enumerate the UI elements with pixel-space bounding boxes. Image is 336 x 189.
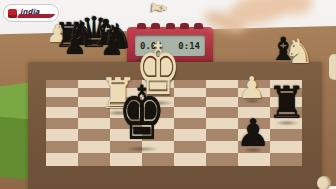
board-square[interactable] [270, 129, 302, 141]
board-square[interactable] [174, 141, 206, 154]
logo-swoosh [17, 14, 55, 18]
board-square[interactable] [206, 129, 238, 141]
clock-button[interactable] [180, 23, 189, 29]
white-pawn-piece[interactable]: ♟ [239, 74, 266, 103]
board-square[interactable] [46, 118, 78, 129]
board-square[interactable] [206, 88, 238, 97]
black-king-piece[interactable]: ♚ [118, 79, 165, 150]
board-square[interactable] [78, 129, 110, 141]
board-square[interactable] [206, 153, 238, 166]
board-square[interactable] [270, 141, 302, 154]
clock-button[interactable] [194, 23, 203, 29]
board-square[interactable] [174, 118, 206, 129]
board-square[interactable] [78, 153, 110, 166]
board-square[interactable] [174, 153, 206, 166]
board-square[interactable] [46, 129, 78, 141]
black-rook-piece[interactable]: ♜ [267, 82, 306, 124]
board-square[interactable] [78, 118, 110, 129]
board-square[interactable] [206, 80, 238, 88]
logo-icon [8, 9, 17, 18]
edge-piece-right [329, 54, 336, 80]
board-square[interactable] [206, 97, 238, 107]
board-square[interactable] [270, 153, 302, 166]
board-square[interactable] [206, 141, 238, 154]
board-square[interactable] [238, 153, 270, 166]
lying-white-bishop-piece[interactable]: ♝ [148, 0, 170, 18]
corner-piece-knob [317, 176, 331, 189]
board-square[interactable] [46, 153, 78, 166]
clock-time-right: 0:14 [178, 41, 200, 51]
captured-black-pawn: ♟ [63, 33, 86, 58]
board-row [46, 153, 302, 166]
captured-white-knight: ♞ [284, 35, 314, 67]
board-square[interactable] [46, 80, 78, 88]
blurred-hand-wrist [272, 0, 312, 14]
board-square[interactable] [206, 107, 238, 118]
board-square[interactable] [46, 107, 78, 118]
board-square[interactable] [46, 88, 78, 97]
board-square[interactable] [46, 97, 78, 107]
board-square[interactable] [174, 129, 206, 141]
board-square[interactable] [206, 118, 238, 129]
board-square[interactable] [46, 141, 78, 154]
black-pawn-piece[interactable]: ♟ [236, 115, 270, 151]
video-frame: ♟♜♞♛♝♞♟♟ ♝ 0.03 0:14 ♝♞ ♚♟♜♜♚♟ india [0, 0, 336, 189]
board-square[interactable] [78, 141, 110, 154]
captured-black-pawn: ♟ [100, 34, 123, 59]
